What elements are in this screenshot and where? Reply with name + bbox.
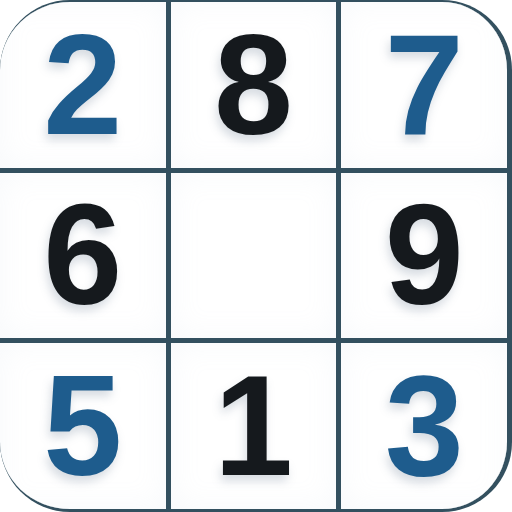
cell-digit: 9 xyxy=(385,184,464,326)
sudoku-cell-r2c0[interactable]: 5 xyxy=(0,343,166,509)
cell-digit: 7 xyxy=(385,14,464,156)
sudoku-app-icon: 28769513 xyxy=(0,0,512,512)
sudoku-cell-r2c1[interactable]: 1 xyxy=(171,343,337,509)
cell-digit: 3 xyxy=(385,355,464,497)
sudoku-cell-r0c2[interactable]: 7 xyxy=(341,2,507,168)
sudoku-cell-r1c0[interactable]: 6 xyxy=(0,173,166,339)
cell-digit: 2 xyxy=(43,14,122,156)
cell-digit: 8 xyxy=(214,14,293,156)
sudoku-cell-r2c2[interactable]: 3 xyxy=(341,343,507,509)
sudoku-cell-r0c1[interactable]: 8 xyxy=(171,2,337,168)
sudoku-cell-r1c2[interactable]: 9 xyxy=(341,173,507,339)
sudoku-cell-r1c1[interactable] xyxy=(171,173,337,339)
sudoku-board: 28769513 xyxy=(0,2,507,509)
sudoku-cell-r0c0[interactable]: 2 xyxy=(0,2,166,168)
cell-digit: 1 xyxy=(214,355,293,497)
cell-digit: 6 xyxy=(43,184,122,326)
cell-digit: 5 xyxy=(43,355,122,497)
